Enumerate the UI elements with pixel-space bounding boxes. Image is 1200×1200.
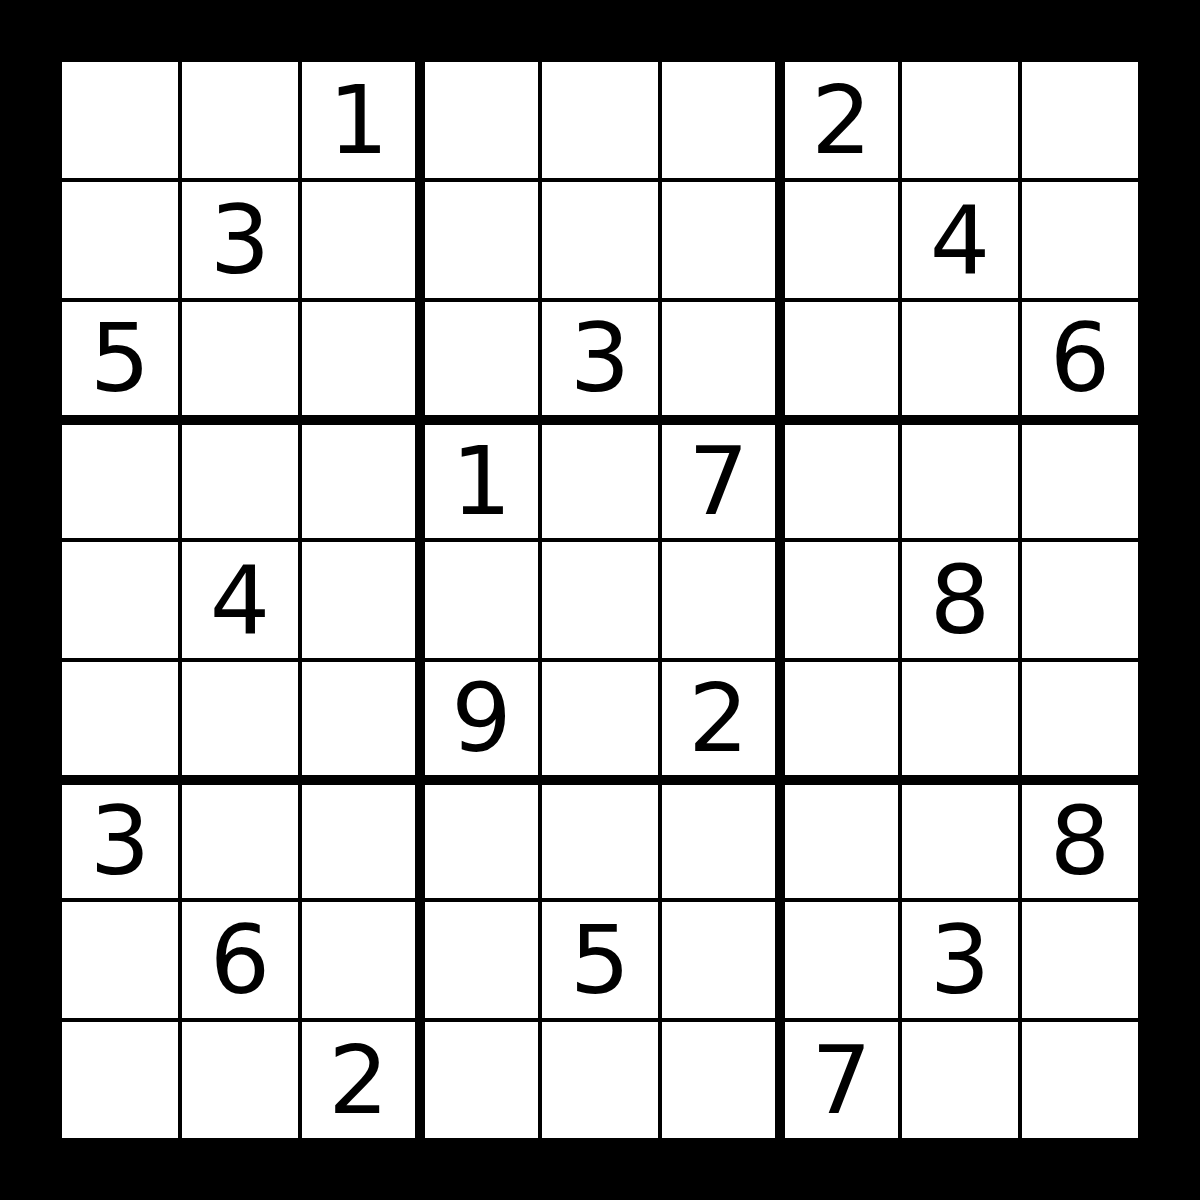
cell-r9c6[interactable]: [660, 1020, 780, 1140]
cell-r9c2[interactable]: [180, 1020, 300, 1140]
cell-r9c7[interactable]: 7: [780, 1020, 900, 1140]
cell-r6c7[interactable]: [780, 660, 900, 780]
cell-r7c7[interactable]: [780, 780, 900, 900]
cell-r1c4[interactable]: [420, 60, 540, 180]
cell-r5c1[interactable]: [60, 540, 180, 660]
cell-r9c1[interactable]: [60, 1020, 180, 1140]
cell-r8c4[interactable]: [420, 900, 540, 1020]
cell-r2c1[interactable]: [60, 180, 180, 300]
cell-r1c5[interactable]: [540, 60, 660, 180]
cell-r9c4[interactable]: [420, 1020, 540, 1140]
cell-r7c6[interactable]: [660, 780, 780, 900]
cell-r3c9[interactable]: 6: [1020, 300, 1140, 420]
cell-r5c9[interactable]: [1020, 540, 1140, 660]
cell-r2c5[interactable]: [540, 180, 660, 300]
cell-r5c5[interactable]: [540, 540, 660, 660]
cell-r2c9[interactable]: [1020, 180, 1140, 300]
cell-r7c4[interactable]: [420, 780, 540, 900]
cell-r5c6[interactable]: [660, 540, 780, 660]
cell-r8c2[interactable]: 6: [180, 900, 300, 1020]
cell-r1c8[interactable]: [900, 60, 1020, 180]
cell-r5c4[interactable]: [420, 540, 540, 660]
cell-r2c4[interactable]: [420, 180, 540, 300]
cell-r9c9[interactable]: [1020, 1020, 1140, 1140]
cell-r3c2[interactable]: [180, 300, 300, 420]
cell-r4c4[interactable]: 1: [420, 420, 540, 540]
cell-r9c5[interactable]: [540, 1020, 660, 1140]
cell-r4c2[interactable]: [180, 420, 300, 540]
cell-r1c2[interactable]: [180, 60, 300, 180]
cell-r5c7[interactable]: [780, 540, 900, 660]
cell-r6c8[interactable]: [900, 660, 1020, 780]
cell-r8c9[interactable]: [1020, 900, 1140, 1020]
cell-r3c3[interactable]: [300, 300, 420, 420]
cell-r6c2[interactable]: [180, 660, 300, 780]
cell-r4c8[interactable]: [900, 420, 1020, 540]
cell-r7c3[interactable]: [300, 780, 420, 900]
cell-r7c8[interactable]: [900, 780, 1020, 900]
cell-r3c5[interactable]: 3: [540, 300, 660, 420]
cell-r2c6[interactable]: [660, 180, 780, 300]
cell-r8c8[interactable]: 3: [900, 900, 1020, 1020]
cell-r6c4[interactable]: 9: [420, 660, 540, 780]
cell-r6c5[interactable]: [540, 660, 660, 780]
cell-r4c5[interactable]: [540, 420, 660, 540]
cell-r6c9[interactable]: [1020, 660, 1140, 780]
cell-r8c5[interactable]: 5: [540, 900, 660, 1020]
cell-r4c7[interactable]: [780, 420, 900, 540]
cell-r2c7[interactable]: [780, 180, 900, 300]
cell-r8c6[interactable]: [660, 900, 780, 1020]
cell-r8c1[interactable]: [60, 900, 180, 1020]
cell-r1c7[interactable]: 2: [780, 60, 900, 180]
cell-r2c2[interactable]: 3: [180, 180, 300, 300]
cell-r2c3[interactable]: [300, 180, 420, 300]
cell-r6c3[interactable]: [300, 660, 420, 780]
cell-r3c6[interactable]: [660, 300, 780, 420]
cell-r7c9[interactable]: 8: [1020, 780, 1140, 900]
cell-r3c7[interactable]: [780, 300, 900, 420]
sudoku-board: 12345361748923865327: [60, 60, 1140, 1140]
cell-r1c3[interactable]: 1: [300, 60, 420, 180]
cell-r1c6[interactable]: [660, 60, 780, 180]
cell-r8c3[interactable]: [300, 900, 420, 1020]
cell-r6c1[interactable]: [60, 660, 180, 780]
cell-r7c1[interactable]: 3: [60, 780, 180, 900]
cell-r4c3[interactable]: [300, 420, 420, 540]
cell-r8c7[interactable]: [780, 900, 900, 1020]
cell-r3c8[interactable]: [900, 300, 1020, 420]
cell-r9c3[interactable]: 2: [300, 1020, 420, 1140]
cell-r3c4[interactable]: [420, 300, 540, 420]
cell-r9c8[interactable]: [900, 1020, 1020, 1140]
cell-r5c8[interactable]: 8: [900, 540, 1020, 660]
cell-r5c3[interactable]: [300, 540, 420, 660]
cell-r5c2[interactable]: 4: [180, 540, 300, 660]
cell-r7c5[interactable]: [540, 780, 660, 900]
cell-r4c9[interactable]: [1020, 420, 1140, 540]
cell-r1c9[interactable]: [1020, 60, 1140, 180]
cell-r7c2[interactable]: [180, 780, 300, 900]
cell-r4c6[interactable]: 7: [660, 420, 780, 540]
cell-r6c6[interactable]: 2: [660, 660, 780, 780]
cell-r2c8[interactable]: 4: [900, 180, 1020, 300]
cell-r4c1[interactable]: [60, 420, 180, 540]
cell-r1c1[interactable]: [60, 60, 180, 180]
cell-r3c1[interactable]: 5: [60, 300, 180, 420]
